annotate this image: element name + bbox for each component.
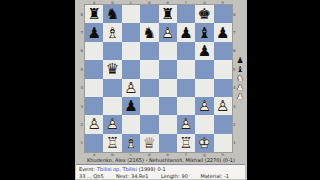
square-f8 (177, 5, 195, 23)
square-c7 (122, 23, 140, 41)
square-d4 (140, 79, 158, 97)
square-f1: ♜♖ (177, 134, 195, 152)
square-a3 (85, 97, 103, 115)
square-f6 (177, 42, 195, 60)
square-g8: ♚ (195, 5, 213, 23)
square-e1 (159, 134, 177, 152)
square-e5 (159, 60, 177, 78)
piece-white-king: ♚♔ (196, 135, 212, 151)
captured-white-knight: ♞ (234, 74, 246, 83)
square-g2 (195, 115, 213, 133)
rank-label-4: 4 (80, 85, 83, 90)
material-balance: Material: -1 (200, 173, 229, 179)
piece-white-pawn: ♟♙ (105, 116, 121, 132)
piece-black-pawn: ♟ (123, 98, 139, 114)
piece-white-pawn: ♟♙ (215, 98, 231, 114)
square-e3 (159, 97, 177, 115)
event-line: Event: Tbilisi op, Tbilisi (1999) 0-1 (76, 165, 245, 172)
next-move: Next: 34.Re1 (116, 173, 148, 179)
rank-label-8: 8 (80, 12, 83, 17)
square-b8: ♞ (103, 5, 121, 23)
piece-white-pawn: ♟♙ (160, 25, 176, 41)
game-length: Length: 90 (161, 173, 188, 179)
rank-label-6: 6 (80, 48, 83, 53)
square-b2: ♟♙ (103, 115, 121, 133)
square-c3: ♟ (122, 97, 140, 115)
square-e2 (159, 115, 177, 133)
rank-label-1: 1 (80, 140, 83, 145)
piece-black-queen: ♛ (105, 61, 121, 77)
square-e8: ♜ (159, 5, 177, 23)
square-a1 (85, 134, 103, 152)
square-h5 (214, 60, 232, 78)
square-b3 (103, 97, 121, 115)
rank-label-1: 1 (233, 140, 236, 145)
square-d8 (140, 5, 158, 23)
square-a7: ♟ (85, 23, 103, 41)
rank-label-3: 3 (80, 104, 83, 109)
square-d3 (140, 97, 158, 115)
status-line: 33 ... Qb5 Next: 34.Re1 Length: 90 Mater… (76, 172, 232, 179)
piece-black-pawn: ♟ (86, 25, 102, 41)
square-g6: ♟ (195, 42, 213, 60)
rank-label-3: 3 (233, 104, 236, 109)
piece-white-bishop: ♝♗ (105, 25, 121, 41)
square-a5 (85, 60, 103, 78)
square-b5: ♛ (103, 60, 121, 78)
square-a4 (85, 79, 103, 97)
square-d7: ♞ (140, 23, 158, 41)
piece-black-pawn: ♟ (215, 25, 231, 41)
game-title: Khudenko, Alex (2165) - Nehushtanoh, Mik… (75, 156, 247, 164)
square-g1: ♚♔ (195, 134, 213, 152)
square-d2 (140, 115, 158, 133)
rank-label-7: 7 (80, 30, 83, 35)
piece-black-pawn: ♟ (178, 25, 194, 41)
piece-white-bishop: ♝♗ (123, 135, 139, 151)
square-c5 (122, 60, 140, 78)
square-g5 (195, 60, 213, 78)
square-g7: ♝ (195, 23, 213, 41)
captured-tray: ♟♝♞♟♟ (234, 56, 246, 101)
piece-black-pawn: ♟ (196, 43, 212, 59)
square-c6 (122, 42, 140, 60)
square-h6 (214, 42, 232, 60)
event-link[interactable]: Tbilisi op, Tbilisi (97, 166, 137, 172)
captured-black-bishop: ♝ (234, 65, 246, 74)
piece-black-knight: ♞ (105, 6, 121, 22)
captured-white-pawn: ♟ (234, 92, 246, 101)
square-f3 (177, 97, 195, 115)
square-d5 (140, 60, 158, 78)
captured-black-pawn: ♟ (234, 56, 246, 65)
rank-label-6: 6 (233, 48, 236, 53)
square-a6 (85, 42, 103, 60)
piece-white-rook: ♜♖ (178, 135, 194, 151)
square-e6 (159, 42, 177, 60)
piece-black-king: ♚ (196, 6, 212, 22)
square-c4: ♟♙ (122, 79, 140, 97)
piece-black-rook: ♜ (86, 6, 102, 22)
square-g3: ♟♙ (195, 97, 213, 115)
square-c8 (122, 5, 140, 23)
piece-white-queen: ♛♕ (141, 135, 157, 151)
piece-white-pawn: ♟♙ (196, 98, 212, 114)
rank-label-2: 2 (80, 122, 83, 127)
piece-black-bishop: ♝ (196, 25, 212, 41)
piece-black-knight: ♞ (141, 25, 157, 41)
square-b4 (103, 79, 121, 97)
chess-board: ♜♞♜♚♟♝♗♞♟♙♟♝♟♟♛♟♙♟♟♙♟♙♟♙♟♙♟♙♜♖♝♗♛♕♜♖♚♔ (85, 5, 232, 152)
square-g4 (195, 79, 213, 97)
rank-labels-left: 87654321 (77, 5, 83, 152)
square-f2: ♟♙ (177, 115, 195, 133)
square-e4 (159, 79, 177, 97)
current-move: 33 ... Qb5 (79, 173, 104, 179)
rank-label-5: 5 (80, 67, 83, 72)
rank-label-7: 7 (233, 30, 236, 35)
chess-app-window: abcdefgh 87654321 ♜♞♜♚♟♝♗♞♟♙♟♝♟♟♛♟♙♟♟♙♟♙… (75, 0, 247, 180)
square-b6 (103, 42, 121, 60)
piece-black-rook: ♜ (160, 6, 176, 22)
square-c2 (122, 115, 140, 133)
piece-white-rook: ♜♖ (105, 135, 121, 151)
square-h8 (214, 5, 232, 23)
square-a2: ♟♙ (85, 115, 103, 133)
square-d6 (140, 42, 158, 60)
piece-white-pawn: ♟♙ (86, 116, 102, 132)
square-f5 (177, 60, 195, 78)
event-year: (1999) (139, 166, 156, 172)
event-result: 0-1 (157, 166, 165, 172)
square-c1: ♝♗ (122, 134, 140, 152)
event-label: Event: (79, 166, 95, 172)
square-f7: ♟ (177, 23, 195, 41)
square-h4 (214, 79, 232, 97)
info-panel: Event: Tbilisi op, Tbilisi (1999) 0-1 33… (76, 164, 245, 179)
piece-white-pawn: ♟♙ (178, 116, 194, 132)
square-b7: ♝♗ (103, 23, 121, 41)
square-f4 (177, 79, 195, 97)
square-d1: ♛♕ (140, 134, 158, 152)
rank-label-8: 8 (233, 12, 236, 17)
square-e7: ♟♙ (159, 23, 177, 41)
square-h2 (214, 115, 232, 133)
piece-white-pawn: ♟♙ (123, 80, 139, 96)
square-h1 (214, 134, 232, 152)
rank-label-2: 2 (233, 122, 236, 127)
square-h3: ♟♙ (214, 97, 232, 115)
square-b1: ♜♖ (103, 134, 121, 152)
square-a8: ♜ (85, 5, 103, 23)
captured-white-pawn: ♟ (234, 83, 246, 92)
square-h7: ♟ (214, 23, 232, 41)
